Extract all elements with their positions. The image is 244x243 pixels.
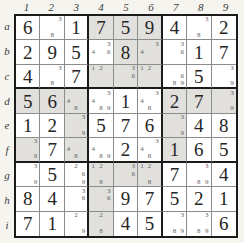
solved-digit: 7 xyxy=(170,164,180,183)
cell-d7[interactable]: 2 xyxy=(163,89,187,113)
cell-f4[interactable]: 489 xyxy=(89,138,113,162)
candidate-8: 8 xyxy=(146,178,153,186)
candidate-6: 6 xyxy=(80,195,87,203)
candidate-3: 3 xyxy=(178,114,186,122)
col-label-4: 4 xyxy=(89,0,114,14)
pencil-marks: 36 xyxy=(89,187,112,210)
cell-a2[interactable]: 38 xyxy=(40,16,64,40)
sudoku-board: 123456789 abcdefghi 63817594382295346834… xyxy=(0,0,244,243)
candidate-9: 9 xyxy=(203,178,211,186)
row-label-d: d xyxy=(0,89,14,114)
col-label-1: 1 xyxy=(14,0,39,14)
candidate-1: 1 xyxy=(138,65,145,72)
solved-digit: 5 xyxy=(96,115,106,134)
solved-digit: 4 xyxy=(23,66,33,85)
cell-c3[interactable]: 7 xyxy=(65,65,89,89)
row-label-e: e xyxy=(0,114,14,139)
cell-e8[interactable]: 4 xyxy=(187,114,211,138)
solved-digit: 8 xyxy=(219,115,229,134)
solved-digit: 1 xyxy=(194,42,204,61)
candidate-2: 2 xyxy=(97,163,105,171)
solved-digit: 1 xyxy=(219,189,229,208)
candidate-9: 9 xyxy=(178,80,186,87)
pencil-marks: 269 xyxy=(65,163,87,186)
col-label-5: 5 xyxy=(114,0,139,14)
candidate-4: 4 xyxy=(65,97,72,105)
solved-digit: 8 xyxy=(121,42,131,61)
solved-digit: 1 xyxy=(170,139,180,158)
col-label-9: 9 xyxy=(213,0,238,14)
candidate-3: 3 xyxy=(228,89,236,97)
cell-f8[interactable]: 6 xyxy=(187,138,211,162)
candidate-6: 6 xyxy=(105,48,113,56)
cell-i7[interactable]: 389 xyxy=(163,212,187,236)
pencil-marks: 34 xyxy=(138,40,160,63)
cell-i8[interactable]: 389 xyxy=(187,212,211,236)
cell-h5[interactable]: 9 xyxy=(114,187,138,211)
candidate-1: 1 xyxy=(89,163,97,171)
solved-digit: 1 xyxy=(47,214,57,233)
candidate-3: 3 xyxy=(153,89,160,97)
candidate-8: 8 xyxy=(195,228,203,236)
candidate-2: 2 xyxy=(146,65,153,72)
candidate-6: 6 xyxy=(129,72,137,79)
pencil-marks: 348 xyxy=(138,138,160,160)
solved-digit: 5 xyxy=(71,42,81,61)
solved-digit: 5 xyxy=(194,66,204,85)
candidate-3: 3 xyxy=(153,138,160,145)
cell-i3[interactable]: 29 xyxy=(65,212,89,236)
solved-digit: 8 xyxy=(23,189,33,208)
cell-a4[interactable]: 7 xyxy=(89,16,113,40)
candidate-9: 9 xyxy=(228,80,236,87)
cell-a3[interactable]: 1 xyxy=(65,16,89,40)
cell-b5[interactable]: 8 xyxy=(114,40,138,64)
solved-digit: 5 xyxy=(121,18,131,37)
cell-i4[interactable]: 28 xyxy=(89,212,113,236)
cell-d3[interactable]: 48 xyxy=(65,89,89,113)
candidate-8: 8 xyxy=(170,228,178,236)
row-label-h: h xyxy=(0,188,14,213)
cell-b6[interactable]: 34 xyxy=(138,40,162,64)
candidate-2: 2 xyxy=(72,163,79,171)
cell-h2[interactable]: 4 xyxy=(40,187,64,211)
pencil-marks: 348 xyxy=(138,89,160,112)
col-label-3: 3 xyxy=(64,0,89,14)
pencil-marks: 3489 xyxy=(89,89,112,112)
solved-digit: 9 xyxy=(121,189,131,208)
cell-h6[interactable]: 7 xyxy=(138,187,162,211)
solved-digit: 5 xyxy=(145,214,155,233)
cell-d9[interactable]: 39 xyxy=(212,89,236,113)
col-label-8: 8 xyxy=(188,0,213,14)
candidate-9: 9 xyxy=(80,178,87,186)
solved-digit: 9 xyxy=(47,42,57,61)
solved-digit: 7 xyxy=(145,189,155,208)
pencil-marks: 48 xyxy=(65,138,87,160)
candidate-8: 8 xyxy=(48,80,56,87)
cell-f9[interactable]: 5 xyxy=(212,138,236,162)
solved-digit: 5 xyxy=(47,164,57,183)
candidate-3: 3 xyxy=(153,40,160,48)
solved-digit: 4 xyxy=(121,214,131,233)
cell-i2[interactable]: 1 xyxy=(40,212,64,236)
candidate-3: 3 xyxy=(80,114,87,122)
solved-digit: 6 xyxy=(47,91,57,110)
solved-digit: 5 xyxy=(219,139,229,158)
cell-c6[interactable]: 12 xyxy=(138,65,162,89)
cell-c4[interactable]: 12 xyxy=(89,65,113,89)
solved-digit: 5 xyxy=(23,91,33,110)
pencil-marks: 38 xyxy=(40,65,63,87)
candidate-8: 8 xyxy=(146,153,153,160)
cell-b2[interactable]: 9 xyxy=(40,40,64,64)
row-label-i: i xyxy=(0,213,14,238)
cell-g4[interactable]: 128 xyxy=(89,163,113,187)
cell-i6[interactable]: 5 xyxy=(138,212,162,236)
pencil-marks: 128 xyxy=(89,163,112,186)
cell-d6[interactable]: 348 xyxy=(138,89,162,113)
cell-b3[interactable]: 5 xyxy=(65,40,89,64)
cell-b7[interactable]: 36 xyxy=(163,40,187,64)
pencil-marks: 389 xyxy=(187,212,210,236)
candidate-9: 9 xyxy=(80,228,87,236)
cell-d4[interactable]: 3489 xyxy=(89,89,113,113)
sudoku-grid: 6381759438229534683436174387123612689539… xyxy=(14,14,238,238)
candidate-8: 8 xyxy=(97,178,105,186)
solved-digit: 7 xyxy=(121,115,131,134)
candidate-4: 4 xyxy=(138,146,145,153)
pencil-marks: 346 xyxy=(89,40,112,63)
solved-digit: 5 xyxy=(170,189,180,208)
pencil-marks: 38 xyxy=(187,16,210,39)
solved-digit: 4 xyxy=(47,189,57,208)
cell-e6[interactable]: 6 xyxy=(138,114,162,138)
solved-digit: 2 xyxy=(23,42,33,61)
candidate-8: 8 xyxy=(97,105,105,113)
candidate-3: 3 xyxy=(32,138,40,145)
candidate-8: 8 xyxy=(97,228,105,236)
solved-digit: 4 xyxy=(219,164,229,183)
pencil-marks: 39 xyxy=(65,114,87,137)
candidate-4: 4 xyxy=(138,48,145,56)
solved-digit: 6 xyxy=(219,214,229,233)
row-labels: abcdefghi xyxy=(0,14,14,238)
candidate-3: 3 xyxy=(203,16,211,24)
solved-digit: 7 xyxy=(219,42,229,61)
candidate-9: 9 xyxy=(203,228,211,236)
candidate-6: 6 xyxy=(105,195,113,203)
solved-digit: 4 xyxy=(194,115,204,134)
solved-digit: 6 xyxy=(194,139,204,158)
pencil-marks: 36 xyxy=(65,187,87,210)
candidate-3: 3 xyxy=(203,163,211,171)
solved-digit: 2 xyxy=(47,115,57,134)
cell-b9[interactable]: 7 xyxy=(212,40,236,64)
cell-b4[interactable]: 346 xyxy=(89,40,113,64)
col-label-7: 7 xyxy=(163,0,188,14)
cell-e9[interactable]: 8 xyxy=(212,114,236,138)
cell-g5[interactable]: 36 xyxy=(114,163,138,187)
candidate-8: 8 xyxy=(170,80,178,87)
cell-i1[interactable]: 7 xyxy=(16,212,40,236)
pencil-marks: 39 xyxy=(163,114,186,137)
pencil-marks: 39 xyxy=(16,138,39,160)
candidate-9: 9 xyxy=(105,105,113,113)
cell-f5[interactable]: 2 xyxy=(114,138,138,162)
candidate-8: 8 xyxy=(97,153,105,160)
candidate-4: 4 xyxy=(65,146,72,153)
cell-c8[interactable]: 5 xyxy=(187,65,211,89)
cell-a8[interactable]: 38 xyxy=(187,16,211,40)
column-labels: 123456789 xyxy=(14,0,238,14)
solved-digit: 1 xyxy=(121,91,131,110)
cell-g9[interactable]: 4 xyxy=(212,163,236,187)
candidate-9: 9 xyxy=(228,105,236,113)
candidate-9: 9 xyxy=(32,178,40,186)
cell-g2[interactable]: 5 xyxy=(40,163,64,187)
cell-f7[interactable]: 1 xyxy=(163,138,187,162)
cell-h8[interactable]: 2 xyxy=(187,187,211,211)
solved-digit: 1 xyxy=(23,115,33,134)
candidate-2: 2 xyxy=(97,212,105,220)
solved-digit: 2 xyxy=(121,139,131,158)
cell-a1[interactable]: 6 xyxy=(16,16,40,40)
cell-g6[interactable]: 128 xyxy=(138,163,162,187)
pencil-marks: 36 xyxy=(114,65,137,87)
candidate-9: 9 xyxy=(105,153,113,160)
cell-d5[interactable]: 1 xyxy=(114,89,138,113)
cell-f1[interactable]: 39 xyxy=(16,138,40,162)
candidate-8: 8 xyxy=(72,105,79,113)
cell-c7[interactable]: 689 xyxy=(163,65,187,89)
solved-digit: 6 xyxy=(145,115,155,134)
cell-g7[interactable]: 7 xyxy=(163,163,187,187)
candidate-1: 1 xyxy=(89,65,97,72)
solved-digit: 7 xyxy=(71,66,81,85)
cell-i9[interactable]: 6 xyxy=(212,212,236,236)
candidate-4: 4 xyxy=(89,97,97,105)
pencil-marks: 36 xyxy=(163,40,186,63)
solved-digit: 2 xyxy=(219,18,229,37)
candidate-9: 9 xyxy=(178,129,186,137)
pencil-marks: 36 xyxy=(114,163,137,186)
candidate-1: 1 xyxy=(138,163,145,171)
row-label-b: b xyxy=(0,39,14,64)
col-label-2: 2 xyxy=(39,0,64,14)
candidate-3: 3 xyxy=(178,212,186,220)
candidate-3: 3 xyxy=(56,16,64,24)
candidate-2: 2 xyxy=(97,65,105,72)
cell-d1[interactable]: 5 xyxy=(16,89,40,113)
candidate-4: 4 xyxy=(89,48,97,56)
cell-c9[interactable]: 39 xyxy=(212,65,236,89)
cell-e7[interactable]: 39 xyxy=(163,114,187,138)
pencil-marks: 38 xyxy=(40,16,63,39)
pencil-marks: 12 xyxy=(89,65,112,87)
solved-digit: 7 xyxy=(96,18,106,37)
pencil-marks: 389 xyxy=(163,212,186,236)
cell-a7[interactable]: 4 xyxy=(163,16,187,40)
cell-e4[interactable]: 5 xyxy=(89,114,113,138)
solved-digit: 4 xyxy=(170,18,180,37)
candidate-8: 8 xyxy=(48,32,56,40)
candidate-8: 8 xyxy=(146,105,153,113)
candidate-2: 2 xyxy=(146,163,153,171)
pencil-marks: 39 xyxy=(212,65,236,87)
cell-c1[interactable]: 4 xyxy=(16,65,40,89)
cell-a6[interactable]: 9 xyxy=(138,16,162,40)
row-label-g: g xyxy=(0,163,14,188)
cell-a5[interactable]: 5 xyxy=(114,16,138,40)
cell-i5[interactable]: 4 xyxy=(114,212,138,236)
pencil-marks: 128 xyxy=(138,163,160,186)
solved-digit: 2 xyxy=(194,189,204,208)
pencil-marks: 12 xyxy=(138,65,160,87)
cell-h3[interactable]: 36 xyxy=(65,187,89,211)
pencil-marks: 389 xyxy=(187,163,210,186)
solved-digit: 2 xyxy=(170,91,180,110)
pencil-marks: 39 xyxy=(16,163,39,186)
cell-c2[interactable]: 38 xyxy=(40,65,64,89)
col-label-6: 6 xyxy=(138,0,163,14)
cell-g3[interactable]: 269 xyxy=(65,163,89,187)
solved-digit: 7 xyxy=(47,139,57,158)
cell-g8[interactable]: 389 xyxy=(187,163,211,187)
cell-b8[interactable]: 1 xyxy=(187,40,211,64)
candidate-4: 4 xyxy=(138,97,145,105)
cell-f6[interactable]: 348 xyxy=(138,138,162,162)
candidate-8: 8 xyxy=(195,32,203,40)
candidate-8: 8 xyxy=(72,153,79,160)
pencil-marks: 28 xyxy=(89,212,112,236)
pencil-marks: 489 xyxy=(89,138,112,160)
candidate-3: 3 xyxy=(56,65,64,72)
cell-h1[interactable]: 8 xyxy=(16,187,40,211)
candidate-4: 4 xyxy=(89,146,97,153)
cell-e3[interactable]: 39 xyxy=(65,114,89,138)
cell-a9[interactable]: 2 xyxy=(212,16,236,40)
candidate-2: 2 xyxy=(72,212,79,220)
solved-digit: 7 xyxy=(23,214,33,233)
candidate-3: 3 xyxy=(32,163,40,171)
cell-g1[interactable]: 39 xyxy=(16,163,40,187)
candidate-9: 9 xyxy=(32,153,40,160)
cell-b1[interactable]: 2 xyxy=(16,40,40,64)
candidate-3: 3 xyxy=(228,65,236,72)
cell-e1[interactable]: 1 xyxy=(16,114,40,138)
cell-e2[interactable]: 2 xyxy=(40,114,64,138)
candidate-9: 9 xyxy=(178,228,186,236)
cell-d8[interactable]: 7 xyxy=(187,89,211,113)
cell-h9[interactable]: 1 xyxy=(212,187,236,211)
cell-e5[interactable]: 7 xyxy=(114,114,138,138)
candidate-3: 3 xyxy=(105,89,113,97)
pencil-marks: 48 xyxy=(65,89,87,112)
candidate-6: 6 xyxy=(129,170,137,178)
candidate-6: 6 xyxy=(178,48,186,56)
cell-d2[interactable]: 6 xyxy=(40,89,64,113)
cell-h7[interactable]: 5 xyxy=(163,187,187,211)
candidate-3: 3 xyxy=(203,212,211,220)
cell-f2[interactable]: 7 xyxy=(40,138,64,162)
pencil-marks: 29 xyxy=(65,212,87,236)
candidate-8: 8 xyxy=(195,178,203,186)
solved-digit: 1 xyxy=(71,18,81,37)
row-label-a: a xyxy=(0,14,14,39)
candidate-9: 9 xyxy=(80,129,87,137)
row-label-c: c xyxy=(0,64,14,89)
pencil-marks: 39 xyxy=(212,89,236,112)
solved-digit: 9 xyxy=(145,18,155,37)
solved-digit: 6 xyxy=(23,18,33,37)
cell-c5[interactable]: 36 xyxy=(114,65,138,89)
solved-digit: 7 xyxy=(194,91,204,110)
pencil-marks: 689 xyxy=(163,65,186,87)
row-label-f: f xyxy=(0,138,14,163)
cell-h4[interactable]: 36 xyxy=(89,187,113,211)
cell-f3[interactable]: 48 xyxy=(65,138,89,162)
